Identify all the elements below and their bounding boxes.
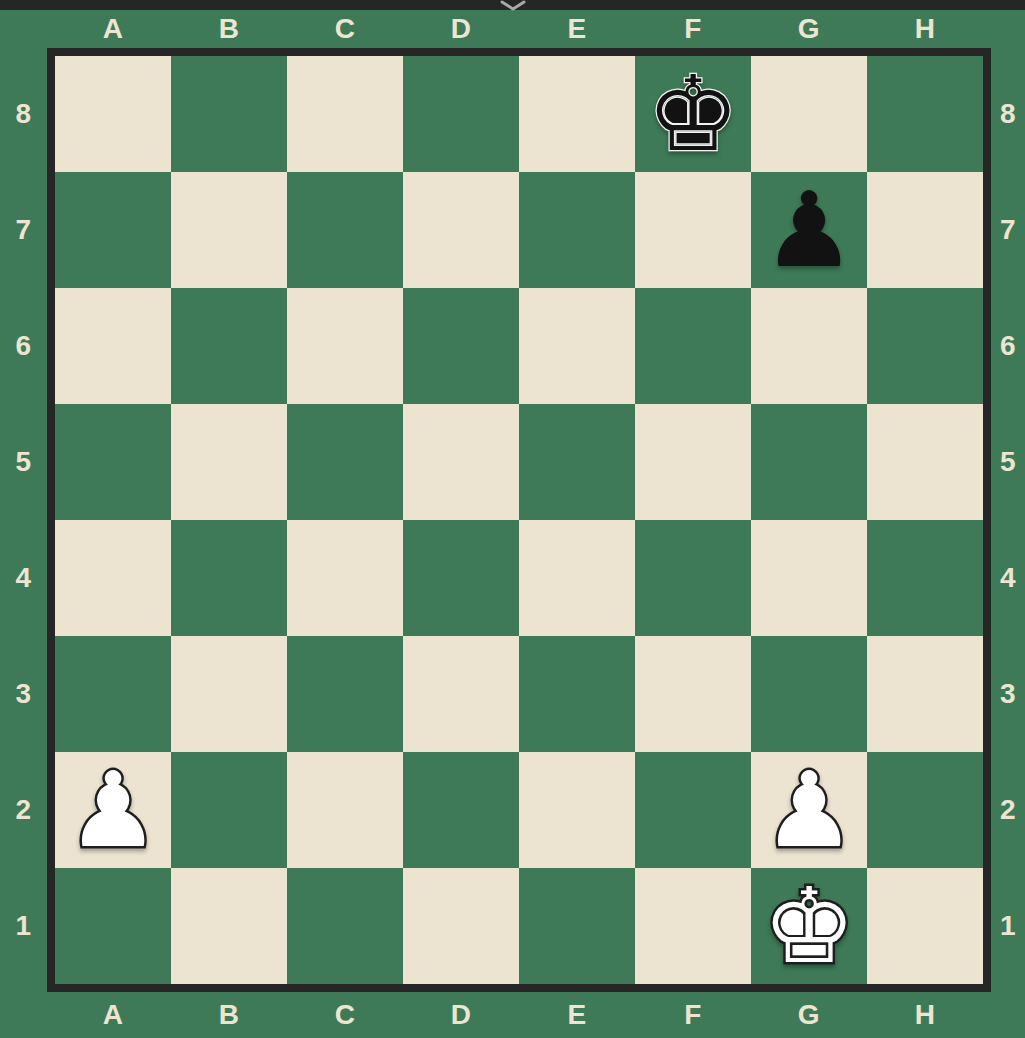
square-a4[interactable] xyxy=(55,520,171,636)
rank-label-1: 1 xyxy=(0,868,47,984)
square-d7[interactable] xyxy=(403,172,519,288)
square-e8[interactable] xyxy=(519,56,635,172)
rank-label-7: 7 xyxy=(991,172,1025,288)
top-panel-bar xyxy=(0,0,1025,10)
square-c1[interactable] xyxy=(287,868,403,984)
files-top: ABCDEFGH xyxy=(55,10,983,48)
square-e1[interactable] xyxy=(519,868,635,984)
square-d6[interactable] xyxy=(403,288,519,404)
rank-label-5: 5 xyxy=(991,404,1025,520)
file-label-g: G xyxy=(751,10,867,48)
rank-label-7: 7 xyxy=(0,172,47,288)
square-e6[interactable] xyxy=(519,288,635,404)
square-e7[interactable] xyxy=(519,172,635,288)
chess-board: ♚♟♟♟♚ xyxy=(47,48,991,992)
rank-label-4: 4 xyxy=(991,520,1025,636)
square-g5[interactable] xyxy=(751,404,867,520)
square-c5[interactable] xyxy=(287,404,403,520)
square-g4[interactable] xyxy=(751,520,867,636)
square-b6[interactable] xyxy=(171,288,287,404)
piece-white-pawn[interactable]: ♟ xyxy=(66,758,159,862)
square-g2[interactable]: ♟ xyxy=(751,752,867,868)
square-d3[interactable] xyxy=(403,636,519,752)
file-label-d: D xyxy=(403,10,519,48)
file-label-a: A xyxy=(55,10,171,48)
ranks-right: 87654321 xyxy=(991,56,1025,984)
rank-label-2: 2 xyxy=(991,752,1025,868)
files-bottom: ABCDEFGH xyxy=(55,992,983,1038)
file-label-c: C xyxy=(287,992,403,1038)
file-label-f: F xyxy=(635,10,751,48)
square-a1[interactable] xyxy=(55,868,171,984)
square-e3[interactable] xyxy=(519,636,635,752)
square-d2[interactable] xyxy=(403,752,519,868)
ranks-left: 87654321 xyxy=(0,56,47,984)
square-d5[interactable] xyxy=(403,404,519,520)
file-label-c: C xyxy=(287,10,403,48)
piece-white-pawn[interactable]: ♟ xyxy=(762,758,855,862)
file-label-e: E xyxy=(519,992,635,1038)
rank-label-1: 1 xyxy=(991,868,1025,984)
square-b7[interactable] xyxy=(171,172,287,288)
file-label-a: A xyxy=(55,992,171,1038)
square-a3[interactable] xyxy=(55,636,171,752)
square-c3[interactable] xyxy=(287,636,403,752)
square-d4[interactable] xyxy=(403,520,519,636)
square-a6[interactable] xyxy=(55,288,171,404)
square-h4[interactable] xyxy=(867,520,983,636)
square-f6[interactable] xyxy=(635,288,751,404)
rank-label-2: 2 xyxy=(0,752,47,868)
square-g8[interactable] xyxy=(751,56,867,172)
square-f4[interactable] xyxy=(635,520,751,636)
square-d8[interactable] xyxy=(403,56,519,172)
square-h8[interactable] xyxy=(867,56,983,172)
square-g7[interactable]: ♟ xyxy=(751,172,867,288)
square-a2[interactable]: ♟ xyxy=(55,752,171,868)
rank-label-3: 3 xyxy=(991,636,1025,752)
square-b5[interactable] xyxy=(171,404,287,520)
square-c6[interactable] xyxy=(287,288,403,404)
file-label-g: G xyxy=(751,992,867,1038)
square-b8[interactable] xyxy=(171,56,287,172)
rank-label-6: 6 xyxy=(991,288,1025,404)
square-h3[interactable] xyxy=(867,636,983,752)
square-a7[interactable] xyxy=(55,172,171,288)
square-h7[interactable] xyxy=(867,172,983,288)
square-f2[interactable] xyxy=(635,752,751,868)
rank-label-6: 6 xyxy=(0,288,47,404)
square-b1[interactable] xyxy=(171,868,287,984)
file-label-b: B xyxy=(171,992,287,1038)
piece-black-king[interactable]: ♚ xyxy=(646,62,739,166)
rank-label-8: 8 xyxy=(0,56,47,172)
file-label-e: E xyxy=(519,10,635,48)
square-a8[interactable] xyxy=(55,56,171,172)
square-g6[interactable] xyxy=(751,288,867,404)
square-h6[interactable] xyxy=(867,288,983,404)
square-h2[interactable] xyxy=(867,752,983,868)
square-g1[interactable]: ♚ xyxy=(751,868,867,984)
square-c8[interactable] xyxy=(287,56,403,172)
rank-label-3: 3 xyxy=(0,636,47,752)
chess-board-screen: ABCDEFGH 87654321 ♚♟♟♟♚ 87654321 ABCDEFG… xyxy=(0,0,1025,1038)
square-e5[interactable] xyxy=(519,404,635,520)
square-h1[interactable] xyxy=(867,868,983,984)
file-label-f: F xyxy=(635,992,751,1038)
rank-label-4: 4 xyxy=(0,520,47,636)
square-c2[interactable] xyxy=(287,752,403,868)
square-f3[interactable] xyxy=(635,636,751,752)
piece-black-pawn[interactable]: ♟ xyxy=(762,178,855,282)
file-label-h: H xyxy=(867,10,983,48)
square-b3[interactable] xyxy=(171,636,287,752)
square-g3[interactable] xyxy=(751,636,867,752)
square-f5[interactable] xyxy=(635,404,751,520)
square-f8[interactable]: ♚ xyxy=(635,56,751,172)
square-b2[interactable] xyxy=(171,752,287,868)
file-label-b: B xyxy=(171,10,287,48)
square-c7[interactable] xyxy=(287,172,403,288)
square-b4[interactable] xyxy=(171,520,287,636)
square-d1[interactable] xyxy=(403,868,519,984)
file-label-h: H xyxy=(867,992,983,1038)
piece-white-king[interactable]: ♚ xyxy=(762,874,855,978)
square-c4[interactable] xyxy=(287,520,403,636)
file-label-d: D xyxy=(403,992,519,1038)
rank-label-8: 8 xyxy=(991,56,1025,172)
square-f1[interactable] xyxy=(635,868,751,984)
square-e2[interactable] xyxy=(519,752,635,868)
square-a5[interactable] xyxy=(55,404,171,520)
square-e4[interactable] xyxy=(519,520,635,636)
rank-label-5: 5 xyxy=(0,404,47,520)
square-h5[interactable] xyxy=(867,404,983,520)
square-f7[interactable] xyxy=(635,172,751,288)
